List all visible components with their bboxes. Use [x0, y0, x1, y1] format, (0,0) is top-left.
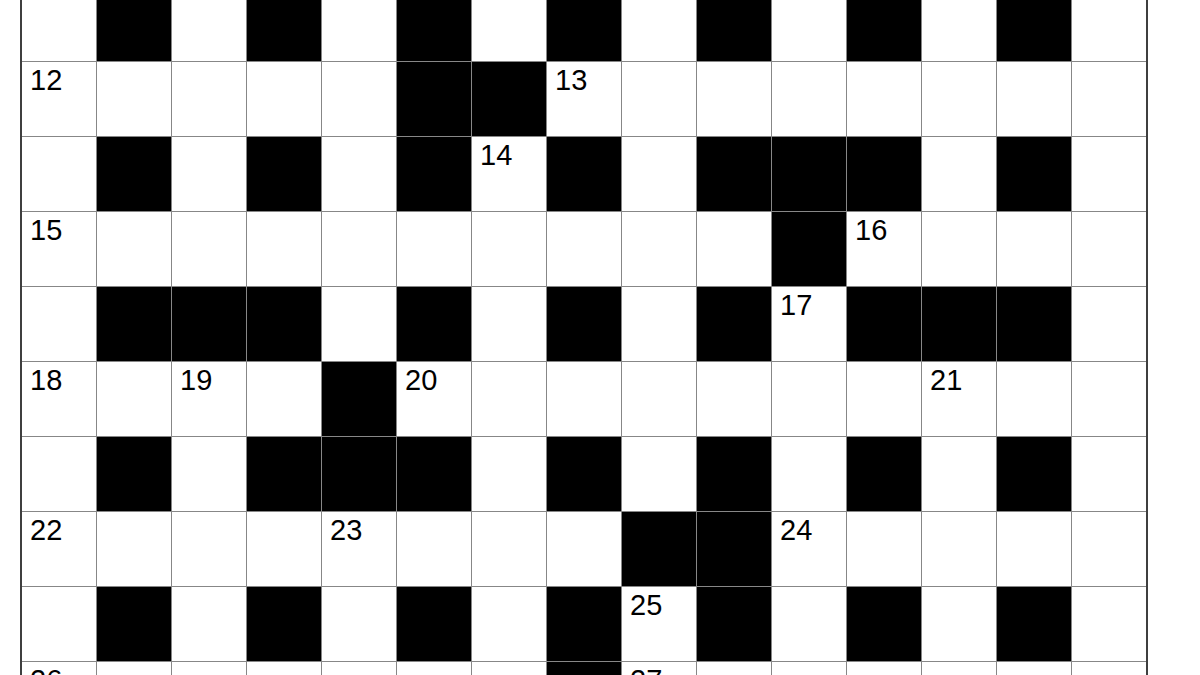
cell-r3-c0[interactable]: 15 — [22, 212, 96, 286]
cell-r3-c14[interactable] — [1072, 212, 1146, 286]
cell-r9-c9[interactable] — [697, 662, 771, 675]
cell-r4-c9 — [697, 287, 771, 361]
cell-r8-c12[interactable] — [922, 587, 996, 661]
cell-r6-c10[interactable] — [772, 437, 846, 511]
cell-r4-c8[interactable] — [622, 287, 696, 361]
cell-r3-c3[interactable] — [247, 212, 321, 286]
cell-r7-c14[interactable] — [1072, 512, 1146, 586]
cell-r0-c14[interactable] — [1072, 0, 1146, 61]
cell-r0-c0[interactable] — [22, 0, 96, 61]
cell-r5-c1[interactable] — [97, 362, 171, 436]
cell-r4-c7 — [547, 287, 621, 361]
cell-r6-c9 — [697, 437, 771, 511]
cell-r8-c1 — [97, 587, 171, 661]
cell-r1-c5 — [397, 62, 471, 136]
cell-r7-c9 — [697, 512, 771, 586]
cell-r2-c13 — [997, 137, 1071, 211]
cell-r2-c3 — [247, 137, 321, 211]
cell-r0-c8[interactable] — [622, 0, 696, 61]
cell-r1-c9[interactable] — [697, 62, 771, 136]
cell-r5-c4 — [322, 362, 396, 436]
cell-r9-c3[interactable] — [247, 662, 321, 675]
clue-number-25: 25 — [630, 591, 662, 620]
cell-r6-c1 — [97, 437, 171, 511]
clue-number-19: 19 — [180, 366, 212, 395]
cell-r7-c10[interactable]: 24 — [772, 512, 846, 586]
clue-number-17: 17 — [780, 291, 812, 320]
cell-r7-c1[interactable] — [97, 512, 171, 586]
cell-r1-c8[interactable] — [622, 62, 696, 136]
cell-r1-c6 — [472, 62, 546, 136]
clue-number-12: 12 — [30, 66, 62, 95]
cell-r0-c3 — [247, 0, 321, 61]
cell-r4-c12 — [922, 287, 996, 361]
cell-r5-c14[interactable] — [1072, 362, 1146, 436]
clue-number-22: 22 — [30, 516, 62, 545]
cell-r0-c10[interactable] — [772, 0, 846, 61]
cell-r0-c6[interactable] — [472, 0, 546, 61]
cell-r9-c14[interactable] — [1072, 662, 1146, 675]
cell-r2-c9 — [697, 137, 771, 211]
cell-r8-c0[interactable] — [22, 587, 96, 661]
cell-r4-c1 — [97, 287, 171, 361]
cell-r8-c5 — [397, 587, 471, 661]
cell-r1-c3[interactable] — [247, 62, 321, 136]
clue-number-14: 14 — [480, 141, 512, 170]
cell-r4-c2 — [172, 287, 246, 361]
cell-r1-c10[interactable] — [772, 62, 846, 136]
cell-r1-c0[interactable]: 12 — [22, 62, 96, 136]
cell-r7-c0[interactable]: 22 — [22, 512, 96, 586]
cell-r4-c13 — [997, 287, 1071, 361]
cell-r6-c3 — [247, 437, 321, 511]
cell-r1-c2[interactable] — [172, 62, 246, 136]
cell-r6-c7 — [547, 437, 621, 511]
cell-r9-c11[interactable] — [847, 662, 921, 675]
cell-r7-c4[interactable]: 23 — [322, 512, 396, 586]
cell-r3-c9[interactable] — [697, 212, 771, 286]
cell-r8-c14[interactable] — [1072, 587, 1146, 661]
cell-r6-c5 — [397, 437, 471, 511]
cell-r6-c11 — [847, 437, 921, 511]
cell-r2-c0[interactable] — [22, 137, 96, 211]
cell-r1-c14[interactable] — [1072, 62, 1146, 136]
cell-r0-c11 — [847, 0, 921, 61]
clue-number-26: 26 — [30, 666, 62, 675]
cell-r3-c11[interactable]: 16 — [847, 212, 921, 286]
clue-number-13: 13 — [555, 66, 587, 95]
clue-number-24: 24 — [780, 516, 812, 545]
cell-r2-c10 — [772, 137, 846, 211]
cell-r9-c1[interactable] — [97, 662, 171, 675]
cell-r8-c3 — [247, 587, 321, 661]
cell-r7-c8 — [622, 512, 696, 586]
cell-r3-c2[interactable] — [172, 212, 246, 286]
cell-r3-c10 — [772, 212, 846, 286]
cell-r6-c13 — [997, 437, 1071, 511]
cell-r9-c0[interactable]: 26 — [22, 662, 96, 675]
clue-number-21: 21 — [930, 366, 962, 395]
cell-r4-c4[interactable] — [322, 287, 396, 361]
cell-r3-c6[interactable] — [472, 212, 546, 286]
clue-number-20: 20 — [405, 366, 437, 395]
cell-r0-c9 — [697, 0, 771, 61]
cell-r2-c14[interactable] — [1072, 137, 1146, 211]
cell-r6-c14[interactable] — [1072, 437, 1146, 511]
cell-r0-c5 — [397, 0, 471, 61]
cell-r8-c11 — [847, 587, 921, 661]
cell-r1-c1[interactable] — [97, 62, 171, 136]
cell-r6-c8[interactable] — [622, 437, 696, 511]
cell-r4-c0[interactable] — [22, 287, 96, 361]
clue-number-15: 15 — [30, 216, 62, 245]
cell-r6-c12[interactable] — [922, 437, 996, 511]
cell-r2-c5 — [397, 137, 471, 211]
cell-r2-c7 — [547, 137, 621, 211]
cell-r9-c6[interactable] — [472, 662, 546, 675]
cell-r7-c2[interactable] — [172, 512, 246, 586]
cell-r7-c12[interactable] — [922, 512, 996, 586]
crossword-page: 12131415161718192021222324252627 — [0, 0, 1200, 675]
cell-r5-c7[interactable] — [547, 362, 621, 436]
cell-r5-c8[interactable] — [622, 362, 696, 436]
cell-r3-c12[interactable] — [922, 212, 996, 286]
cell-r0-c7 — [547, 0, 621, 61]
cell-r1-c7[interactable]: 13 — [547, 62, 621, 136]
cell-r9-c12[interactable] — [922, 662, 996, 675]
cell-r6-c4 — [322, 437, 396, 511]
cell-r8-c9 — [697, 587, 771, 661]
cell-r9-c8[interactable]: 27 — [622, 662, 696, 675]
cell-r1-c12[interactable] — [922, 62, 996, 136]
cell-r7-c3[interactable] — [247, 512, 321, 586]
cell-r9-c2[interactable] — [172, 662, 246, 675]
cell-r9-c13[interactable] — [997, 662, 1071, 675]
cell-r4-c11 — [847, 287, 921, 361]
cell-r8-c4[interactable] — [322, 587, 396, 661]
cell-r7-c11[interactable] — [847, 512, 921, 586]
cell-r6-c6[interactable] — [472, 437, 546, 511]
cell-r4-c5 — [397, 287, 471, 361]
cell-r0-c2[interactable] — [172, 0, 246, 61]
cell-r7-c7[interactable] — [547, 512, 621, 586]
cell-r8-c13 — [997, 587, 1071, 661]
cell-r8-c2[interactable] — [172, 587, 246, 661]
cell-r6-c2[interactable] — [172, 437, 246, 511]
cell-r2-c12[interactable] — [922, 137, 996, 211]
clue-number-16: 16 — [855, 216, 887, 245]
cell-r8-c7 — [547, 587, 621, 661]
cell-r5-c10[interactable] — [772, 362, 846, 436]
crossword-grid: 12131415161718192021222324252627 — [20, 0, 1148, 675]
clue-number-23: 23 — [330, 516, 362, 545]
cell-r8-c8[interactable]: 25 — [622, 587, 696, 661]
cell-r1-c13[interactable] — [997, 62, 1071, 136]
cell-r0-c1 — [97, 0, 171, 61]
cell-r5-c2[interactable]: 19 — [172, 362, 246, 436]
cell-r8-c10[interactable] — [772, 587, 846, 661]
cell-r1-c4[interactable] — [322, 62, 396, 136]
cell-r7-c5[interactable] — [397, 512, 471, 586]
clue-number-18: 18 — [30, 366, 62, 395]
cell-r5-c12[interactable]: 21 — [922, 362, 996, 436]
cell-r5-c3[interactable] — [247, 362, 321, 436]
cell-r3-c1[interactable] — [97, 212, 171, 286]
cell-r0-c4[interactable] — [322, 0, 396, 61]
cell-r3-c7[interactable] — [547, 212, 621, 286]
cell-r2-c1 — [97, 137, 171, 211]
clue-number-27: 27 — [630, 666, 662, 675]
cell-r6-c0[interactable] — [22, 437, 96, 511]
cell-r5-c5[interactable]: 20 — [397, 362, 471, 436]
cell-r5-c0[interactable]: 18 — [22, 362, 96, 436]
cell-r2-c8[interactable] — [622, 137, 696, 211]
cell-r2-c6[interactable]: 14 — [472, 137, 546, 211]
cell-r0-c13 — [997, 0, 1071, 61]
cell-r5-c11[interactable] — [847, 362, 921, 436]
cell-r2-c11 — [847, 137, 921, 211]
cell-r3-c5[interactable] — [397, 212, 471, 286]
cell-r3-c13[interactable] — [997, 212, 1071, 286]
cell-r1-c11[interactable] — [847, 62, 921, 136]
cell-r2-c2[interactable] — [172, 137, 246, 211]
cell-r4-c6[interactable] — [472, 287, 546, 361]
cell-r2-c4[interactable] — [322, 137, 396, 211]
cell-r9-c5[interactable] — [397, 662, 471, 675]
cell-r5-c6[interactable] — [472, 362, 546, 436]
cell-r9-c10[interactable] — [772, 662, 846, 675]
cell-r4-c14[interactable] — [1072, 287, 1146, 361]
cell-r7-c13[interactable] — [997, 512, 1071, 586]
cell-r3-c8[interactable] — [622, 212, 696, 286]
cell-r5-c13[interactable] — [997, 362, 1071, 436]
cell-r5-c9[interactable] — [697, 362, 771, 436]
cell-r9-c4[interactable] — [322, 662, 396, 675]
cell-r0-c12[interactable] — [922, 0, 996, 61]
cell-r9-c7 — [547, 662, 621, 675]
cell-r4-c3 — [247, 287, 321, 361]
cell-r3-c4[interactable] — [322, 212, 396, 286]
cell-r7-c6[interactable] — [472, 512, 546, 586]
cell-r4-c10[interactable]: 17 — [772, 287, 846, 361]
cell-r8-c6[interactable] — [472, 587, 546, 661]
